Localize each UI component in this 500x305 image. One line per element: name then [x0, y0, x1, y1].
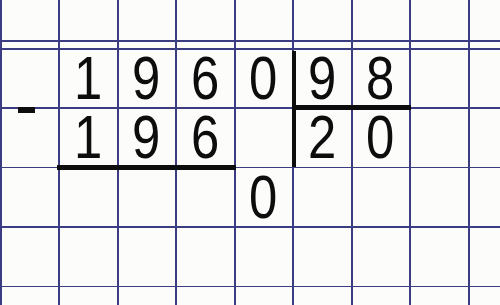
digit-glyph: 0: [366, 106, 394, 168]
digit-glyph: 6: [191, 47, 219, 109]
minus-sign: [18, 107, 35, 113]
digit-glyph: 9: [132, 47, 160, 109]
remainder-digit: 0: [234, 167, 293, 226]
digit-glyph: 9: [308, 47, 336, 109]
dividend-digit: 0: [234, 48, 293, 107]
digit-glyph: 9: [132, 106, 160, 168]
long-division-worksheet: 196098196200: [0, 0, 500, 305]
subtrahend-digit: 9: [117, 107, 176, 166]
digit-glyph: 0: [249, 166, 277, 228]
dividend-digit: 1: [59, 48, 118, 107]
digit-glyph: 8: [366, 47, 394, 109]
digit-glyph: 0: [249, 47, 277, 109]
subtrahend-digit: 1: [59, 107, 118, 166]
dividend-digit: 6: [176, 48, 235, 107]
subtrahend-digit: 6: [176, 107, 235, 166]
quotient-digit: 0: [351, 107, 410, 166]
quotient-digit: 2: [293, 107, 352, 166]
digit-glyph: 2: [308, 106, 336, 168]
divisor-digit: 9: [293, 48, 352, 107]
digit-glyph: 6: [191, 106, 219, 168]
dividend-digit: 9: [117, 48, 176, 107]
digit-glyph: 1: [74, 47, 102, 109]
divisor-digit: 8: [351, 48, 410, 107]
digit-glyph: 1: [74, 106, 102, 168]
